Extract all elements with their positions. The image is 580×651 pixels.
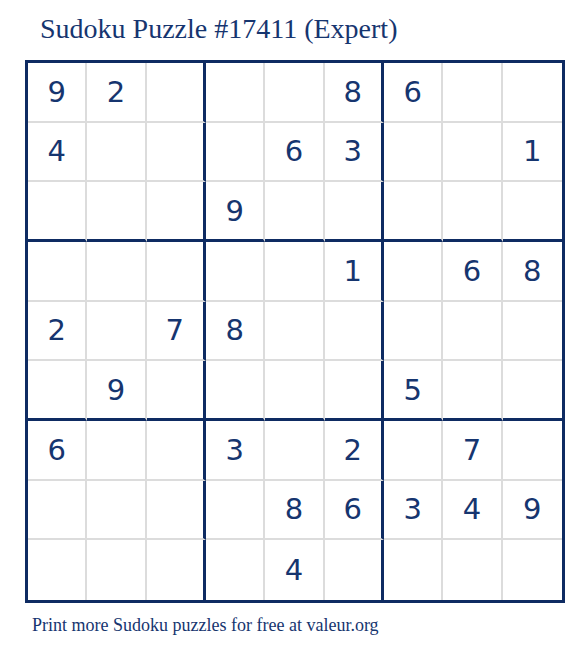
cell-r2-c7 [384,123,443,183]
cell-r9-c5: 4 [265,540,324,600]
cell-r4-c9: 8 [503,242,562,302]
cell-r5-c7 [384,302,443,362]
cell-r2-c2 [87,123,146,183]
cell-r1-c3 [147,63,206,123]
cell-r9-c1 [28,540,87,600]
cell-r4-c1 [28,242,87,302]
cell-r2-c3 [147,123,206,183]
cell-r8-c2 [87,481,146,541]
cell-r5-c3: 7 [147,302,206,362]
cell-r5-c1: 2 [28,302,87,362]
cell-r7-c6: 2 [325,421,384,481]
page-title: Sudoku Puzzle #17411 (Expert) [40,12,397,46]
cell-r9-c4 [206,540,265,600]
cell-r3-c7 [384,182,443,242]
cell-r8-c9: 9 [503,481,562,541]
cell-r9-c9 [503,540,562,600]
cell-r8-c5: 8 [265,481,324,541]
cell-r4-c6: 1 [325,242,384,302]
cell-r8-c3 [147,481,206,541]
cell-r8-c4 [206,481,265,541]
cell-r2-c6: 3 [325,123,384,183]
cell-r5-c5 [265,302,324,362]
cell-r6-c6 [325,361,384,421]
cell-r7-c5 [265,421,324,481]
cell-r1-c1: 9 [28,63,87,123]
cell-r2-c4 [206,123,265,183]
cell-r9-c6 [325,540,384,600]
cell-r8-c6: 6 [325,481,384,541]
cell-r8-c7: 3 [384,481,443,541]
cell-r1-c2: 2 [87,63,146,123]
cell-r6-c3 [147,361,206,421]
cell-r1-c8 [443,63,502,123]
cell-r9-c7 [384,540,443,600]
cell-r1-c9 [503,63,562,123]
cell-r9-c2 [87,540,146,600]
cell-r8-c1 [28,481,87,541]
cell-r3-c6 [325,182,384,242]
cell-r7-c9 [503,421,562,481]
cell-r1-c6: 8 [325,63,384,123]
cell-r4-c7 [384,242,443,302]
cell-r3-c8 [443,182,502,242]
cell-r2-c8 [443,123,502,183]
cell-r2-c1: 4 [28,123,87,183]
cell-r4-c2 [87,242,146,302]
cell-r3-c3 [147,182,206,242]
cell-r3-c4: 9 [206,182,265,242]
cell-r6-c1 [28,361,87,421]
cell-r3-c5 [265,182,324,242]
cell-r8-c8: 4 [443,481,502,541]
cell-r4-c4 [206,242,265,302]
cell-r5-c4: 8 [206,302,265,362]
cell-r7-c4: 3 [206,421,265,481]
cell-r7-c7 [384,421,443,481]
cell-r9-c8 [443,540,502,600]
cell-r6-c4 [206,361,265,421]
cell-r3-c9 [503,182,562,242]
cell-r2-c5: 6 [265,123,324,183]
sudoku-board: 928646319168278956327863494 [25,60,565,603]
cell-r1-c7: 6 [384,63,443,123]
cell-r2-c9: 1 [503,123,562,183]
cell-r6-c8 [443,361,502,421]
cell-r5-c8 [443,302,502,362]
footer-text: Print more Sudoku puzzles for free at va… [32,615,379,636]
cell-r6-c9 [503,361,562,421]
cell-r4-c8: 6 [443,242,502,302]
cell-r6-c7: 5 [384,361,443,421]
cell-r1-c4 [206,63,265,123]
cell-r1-c5 [265,63,324,123]
cell-r9-c3 [147,540,206,600]
cell-r7-c8: 7 [443,421,502,481]
cell-r5-c6 [325,302,384,362]
cell-r5-c2 [87,302,146,362]
cell-r7-c1: 6 [28,421,87,481]
cell-r7-c3 [147,421,206,481]
cell-r3-c2 [87,182,146,242]
cell-r4-c5 [265,242,324,302]
cell-r6-c5 [265,361,324,421]
cell-r6-c2: 9 [87,361,146,421]
cell-r5-c9 [503,302,562,362]
cell-r4-c3 [147,242,206,302]
cell-r3-c1 [28,182,87,242]
cell-r7-c2 [87,421,146,481]
